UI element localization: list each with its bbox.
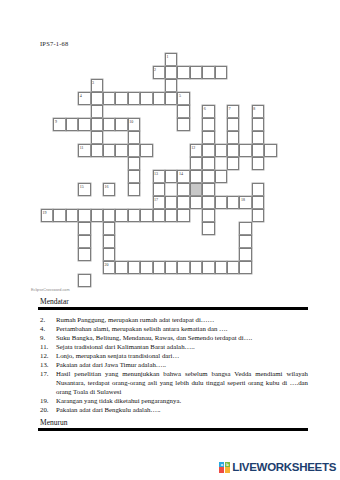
crossword-cell[interactable] xyxy=(78,235,90,248)
crossword-cell[interactable]: 4 xyxy=(78,92,90,105)
crossword-cell[interactable] xyxy=(177,105,189,118)
crossword-cell[interactable] xyxy=(103,248,115,261)
crossword-cell[interactable] xyxy=(202,66,214,79)
clue-item-number: 19. xyxy=(40,396,56,405)
clue-item-number: 9. xyxy=(40,333,56,342)
clue-item: 17.Hasil penelitian yang menunjukkan bah… xyxy=(40,369,308,396)
across-clues-list: 2.Rumah Panggung, merupakan rumah adat t… xyxy=(40,315,308,414)
crossword-cell[interactable] xyxy=(128,170,140,183)
logo-icon-square xyxy=(225,467,230,472)
clue-item-number: 20. xyxy=(40,405,56,414)
crossword-cell[interactable] xyxy=(215,261,227,274)
clue-item: 9.Suku Bangka, Belitung, Mendanau, Rawas… xyxy=(40,333,308,342)
crossword-cell[interactable] xyxy=(252,131,264,144)
clue-item-text: Pakaian adat dari Jawa Timur adalah….. xyxy=(56,360,308,369)
crossword-cell[interactable]: 9 xyxy=(53,118,65,131)
clue-item: 2.Rumah Panggung, merupakan rumah adat t… xyxy=(40,315,308,324)
crossword-cell[interactable] xyxy=(202,222,214,235)
crossword-cell[interactable] xyxy=(153,209,165,222)
clue-number: 13 xyxy=(154,171,158,176)
crossword-cell[interactable] xyxy=(128,261,140,274)
crossword-cell[interactable] xyxy=(239,235,251,248)
clue-item-text: Pertambahan alami, merupakan selisih ant… xyxy=(56,324,308,333)
crossword-cell[interactable] xyxy=(91,131,103,144)
crossword-cell[interactable] xyxy=(103,118,115,131)
crossword-cell[interactable] xyxy=(91,105,103,118)
crossword-cell[interactable] xyxy=(227,261,239,274)
clue-number: 3 xyxy=(92,80,94,85)
crossword-cell[interactable] xyxy=(215,196,227,209)
crossword-cell[interactable] xyxy=(202,118,214,131)
down-heading: Menurun xyxy=(40,418,68,427)
liveworksheets-logo-icon: ab xyxy=(219,462,230,473)
crossword-cell[interactable] xyxy=(128,131,140,144)
crossword-cell[interactable] xyxy=(190,196,202,209)
crossword-cell[interactable] xyxy=(66,118,78,131)
logo-icon-square: a xyxy=(219,462,224,467)
clue-item: 12.Lonjo, merupakan senjata trandisional… xyxy=(40,351,308,360)
clue-number: 19 xyxy=(43,210,47,215)
crossword-cell[interactable] xyxy=(153,183,165,196)
crossword-cell[interactable] xyxy=(252,209,264,222)
down-divider xyxy=(38,428,308,431)
crossword-cell[interactable] xyxy=(78,274,90,287)
crossword-cell[interactable]: 3 xyxy=(91,79,103,92)
crossword-cell[interactable]: 5 xyxy=(177,92,189,105)
crossword-cell[interactable] xyxy=(177,183,189,196)
crossword-cell[interactable]: 13 xyxy=(153,170,165,183)
crossword-cell[interactable] xyxy=(103,92,115,105)
crossword-cell[interactable] xyxy=(177,209,189,222)
clue-number: 8 xyxy=(253,106,255,111)
clue-number: 17 xyxy=(154,197,158,202)
crossword-cell[interactable] xyxy=(103,222,115,235)
crossword-cell[interactable] xyxy=(78,118,90,131)
crossword-cell[interactable] xyxy=(252,157,264,170)
crossword-cell[interactable]: 8 xyxy=(252,105,264,118)
crossword-cell[interactable]: 20 xyxy=(103,261,115,274)
crossword-cell[interactable] xyxy=(227,118,239,131)
crossword-cell[interactable] xyxy=(215,170,227,183)
crossword-cell[interactable] xyxy=(239,144,251,157)
clue-item-text: Pakaian adat dari Bengkulu adalah….. xyxy=(56,405,308,414)
crossword-cell[interactable]: 19 xyxy=(41,209,53,222)
crossword-cell[interactable]: 1 xyxy=(165,53,177,66)
crossword-cell[interactable] xyxy=(165,92,177,105)
clue-item-number: 4. xyxy=(40,324,56,333)
crossword-cell[interactable]: 16 xyxy=(103,183,115,196)
clue-number: 15 xyxy=(80,184,84,189)
clue-number: 18 xyxy=(241,197,245,202)
crossword-cell[interactable] xyxy=(177,118,189,131)
clue-item-number: 2. xyxy=(40,315,56,324)
crossword-cell[interactable] xyxy=(227,131,239,144)
crossword-cell[interactable] xyxy=(78,222,90,235)
crossword-cell[interactable] xyxy=(103,209,115,222)
crossword-cell[interactable] xyxy=(53,209,65,222)
crossword-cell[interactable]: 17 xyxy=(153,196,165,209)
crossword-cell[interactable] xyxy=(115,144,127,157)
crossword-cell[interactable] xyxy=(165,79,177,92)
crossword-cell[interactable] xyxy=(239,261,251,274)
liveworksheets-footer: ab LIVEWORKSHEETS xyxy=(219,461,336,473)
crossword-cell[interactable] xyxy=(239,248,251,261)
crossword-cell[interactable] xyxy=(66,209,78,222)
crossword-cell[interactable]: 10 xyxy=(128,118,140,131)
clue-item-number: 11. xyxy=(40,342,56,351)
crossword-cell[interactable] xyxy=(190,157,202,170)
crossword-cell[interactable] xyxy=(91,209,103,222)
crossword-cell[interactable]: 15 xyxy=(78,183,90,196)
across-heading: Mendatar xyxy=(40,297,69,306)
worksheet-code: IPS7-1-68 xyxy=(40,40,69,47)
crossword-cell[interactable]: 6 xyxy=(202,105,214,118)
clue-number: 5 xyxy=(179,93,181,98)
clue-number: 6 xyxy=(204,106,206,111)
crossword-cell[interactable]: 11 xyxy=(78,144,90,157)
crossword-cell[interactable] xyxy=(215,144,227,157)
clue-number: 7 xyxy=(229,106,231,111)
crossword-cell[interactable] xyxy=(227,144,239,157)
crossword-cell[interactable] xyxy=(140,92,152,105)
clue-item-number: 12. xyxy=(40,351,56,360)
crossword-cell[interactable] xyxy=(202,209,214,222)
crossword-cell[interactable] xyxy=(190,170,202,183)
crossword-cell[interactable] xyxy=(91,144,103,157)
crossword-cell[interactable]: 14 xyxy=(177,170,189,183)
crossword-cell[interactable] xyxy=(239,222,251,235)
clue-item: 13.Pakaian adat dari Jawa Timur adalah….… xyxy=(40,360,308,369)
crossword-cell[interactable] xyxy=(190,261,202,274)
clue-item: 19.Karangan yang tidak diketahui pengara… xyxy=(40,396,308,405)
crossword-cell[interactable] xyxy=(190,66,202,79)
clue-item-text: Rumah Panggung, merupakan rumah adat ter… xyxy=(56,315,308,324)
liveworksheets-logo-text: LIVEWORKSHEETS xyxy=(232,461,336,473)
crossword-cell[interactable] xyxy=(252,183,264,196)
clue-number: 12 xyxy=(191,145,195,150)
crossword-cell[interactable] xyxy=(202,261,214,274)
clue-number: 10 xyxy=(129,119,133,124)
crossword-cell[interactable] xyxy=(177,196,189,209)
crossword-cell[interactable] xyxy=(78,248,90,261)
crossword-cell[interactable] xyxy=(165,196,177,209)
clue-item-number: 13. xyxy=(40,360,56,369)
crossword-cell[interactable] xyxy=(202,196,214,209)
crossword-cell[interactable] xyxy=(91,92,103,105)
crossword-cell[interactable] xyxy=(165,261,177,274)
crossword-cell[interactable] xyxy=(115,118,127,131)
crossword-cell[interactable] xyxy=(252,118,264,131)
crossword-cell[interactable] xyxy=(165,170,177,183)
crossword-cell[interactable] xyxy=(202,131,214,144)
clue-number: 14 xyxy=(179,171,183,176)
crossword-cell[interactable] xyxy=(128,157,140,170)
clue-item-text: Sejata tradisional dari Kalimantan Barat… xyxy=(56,342,308,351)
crossword-cell[interactable] xyxy=(140,144,152,157)
across-divider xyxy=(38,307,308,310)
clue-item: 20.Pakaian adat dari Bengkulu adalah….. xyxy=(40,405,308,414)
crossword-cell[interactable] xyxy=(128,209,140,222)
crossword-cell[interactable] xyxy=(202,183,214,196)
crossword-cell[interactable] xyxy=(202,144,214,157)
crossword-cell[interactable] xyxy=(153,92,165,105)
crossword-cell[interactable] xyxy=(252,196,264,209)
logo-icon-square: b xyxy=(225,462,230,467)
crossword-cell[interactable] xyxy=(140,261,152,274)
crossword-cell-shaded[interactable] xyxy=(190,183,202,196)
clue-number: 16 xyxy=(105,184,109,189)
crossword-cell[interactable] xyxy=(115,209,127,222)
crossword-cell[interactable] xyxy=(103,235,115,248)
crossword-cell[interactable] xyxy=(153,261,165,274)
crossword-cell[interactable] xyxy=(215,66,227,79)
clue-number: 11 xyxy=(80,145,84,150)
clue-item-text: Karangan yang tidak diketahui pengarangn… xyxy=(56,396,308,405)
crossword-cell[interactable] xyxy=(128,144,140,157)
crossword-cell[interactable] xyxy=(165,66,177,79)
clue-item-text: Suku Bangka, Belitung, Mendanau, Rawas, … xyxy=(56,333,308,342)
crossword-cell[interactable] xyxy=(177,66,189,79)
crossword-cell[interactable] xyxy=(227,196,239,209)
crossword-cell[interactable]: 2 xyxy=(153,66,165,79)
crossword-cell[interactable] xyxy=(115,92,127,105)
crossword-cell[interactable] xyxy=(78,209,90,222)
crossword-cell[interactable]: 12 xyxy=(190,144,202,157)
crossword-cell[interactable] xyxy=(128,92,140,105)
clue-number: 9 xyxy=(55,119,57,124)
crossword-cell[interactable] xyxy=(128,183,140,196)
crossword-cell[interactable] xyxy=(177,261,189,274)
crossword-cell[interactable] xyxy=(115,261,127,274)
crossword-cell[interactable] xyxy=(140,209,152,222)
clue-item-text: Hasil penelitian yang menunjukkan bahwa … xyxy=(56,369,308,396)
clue-number: 4 xyxy=(80,93,82,98)
crossword-cell[interactable] xyxy=(227,157,239,170)
crossword-cell[interactable] xyxy=(252,144,264,157)
crossword-cell[interactable] xyxy=(103,144,115,157)
logo-icon-square xyxy=(219,467,224,472)
crossword-grid: 1234567891011121314151617181920 xyxy=(41,53,277,287)
clue-number: 20 xyxy=(105,262,109,267)
crossword-cell[interactable] xyxy=(264,144,276,157)
eclipsecrossword-watermark: EclipseCrossword.com xyxy=(31,288,70,292)
crossword-cell[interactable] xyxy=(165,209,177,222)
clue-item-text: Lonjo, merupakan senjata trandisional da… xyxy=(56,351,308,360)
crossword-cell[interactable]: 7 xyxy=(227,105,239,118)
clue-item-number: 17. xyxy=(40,369,56,396)
crossword-cell[interactable] xyxy=(202,170,214,183)
clue-number: 2 xyxy=(154,67,156,72)
clue-number: 1 xyxy=(167,54,169,59)
crossword-cell[interactable] xyxy=(91,118,103,131)
crossword-cell[interactable] xyxy=(202,157,214,170)
clue-item: 4.Pertambahan alami, merupakan selisih a… xyxy=(40,324,308,333)
crossword-cell[interactable]: 18 xyxy=(239,196,251,209)
clue-item: 11.Sejata tradisional dari Kalimantan Ba… xyxy=(40,342,308,351)
